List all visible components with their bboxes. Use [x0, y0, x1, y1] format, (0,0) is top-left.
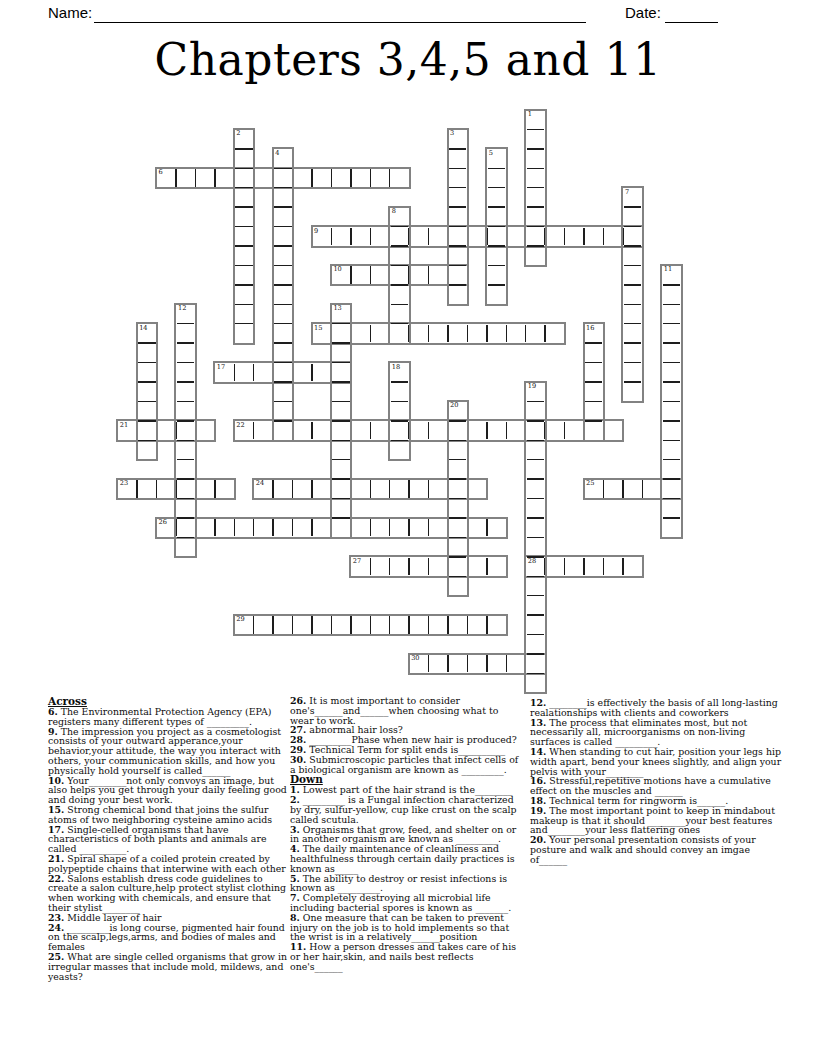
cell-divider	[525, 325, 526, 342]
cell-divider	[391, 440, 408, 441]
clue-number-29: 29	[236, 616, 244, 623]
cell-divider	[177, 537, 194, 538]
cell-divider	[370, 616, 371, 633]
cell-divider	[527, 653, 544, 654]
cell-divider	[370, 422, 371, 439]
cell-divider	[332, 342, 349, 343]
cell-divider	[544, 325, 545, 342]
cell-divider	[449, 576, 466, 577]
clue-across-21: 21. Spiral shape of a coiled protein cre…	[48, 854, 292, 874]
cell-divider	[138, 401, 155, 402]
cell-divider	[506, 422, 507, 439]
cell-divider	[274, 362, 291, 363]
cell-divider	[622, 558, 623, 575]
cell-divider	[585, 342, 602, 343]
cell-divider	[332, 420, 349, 421]
cell-divider	[311, 422, 312, 439]
cell-divider	[311, 364, 312, 381]
cell-divider	[527, 187, 544, 188]
cell-divider	[527, 537, 544, 538]
cell-divider	[527, 614, 544, 615]
cell-divider	[624, 245, 641, 246]
cell-divider	[272, 480, 273, 497]
cell-divider	[408, 480, 409, 497]
cell-divider	[428, 480, 429, 497]
clue-number-19: 19	[528, 383, 536, 390]
clue-across-15: 15. Strong chemical bond that joins the …	[48, 805, 292, 825]
clue-number-20: 20	[450, 402, 458, 409]
cell-divider	[527, 206, 544, 207]
clue-number-11: 11	[664, 266, 672, 273]
cell-divider	[332, 440, 349, 441]
cell-divider	[663, 342, 680, 343]
cell-divider	[624, 323, 641, 324]
cell-divider	[177, 401, 194, 402]
cell-divider	[486, 616, 487, 633]
cell-divider	[603, 228, 604, 245]
cell-divider	[332, 498, 349, 499]
cell-divider	[467, 655, 468, 672]
word-12-down[interactable]	[174, 303, 196, 559]
cell-divider	[527, 498, 544, 499]
cell-divider	[449, 459, 466, 460]
cell-divider	[274, 323, 291, 324]
cell-divider	[272, 616, 273, 633]
cell-divider	[663, 420, 680, 421]
cell-divider	[564, 422, 565, 439]
cell-divider	[486, 655, 487, 672]
cell-divider	[428, 422, 429, 439]
cell-divider	[311, 169, 312, 186]
cell-divider	[663, 381, 680, 382]
cell-divider	[488, 206, 505, 207]
clue-across-10: 10. Your________not only convoys an imag…	[48, 776, 292, 805]
cell-divider	[235, 206, 252, 207]
cell-divider	[663, 401, 680, 402]
clue-number-10: 10	[333, 266, 341, 273]
word-18-down[interactable]	[388, 361, 410, 461]
cell-divider	[624, 304, 641, 305]
cell-divider	[391, 323, 408, 324]
cell-divider	[447, 325, 448, 342]
clue-down-4: 4. The daily maintenance of cleanliness …	[290, 844, 520, 873]
cell-divider	[624, 342, 641, 343]
clue-number-9: 9	[314, 228, 318, 235]
clue-down-16: 16. Stressful,repetitive motions have a …	[530, 776, 786, 796]
cell-divider	[391, 304, 408, 305]
cell-divider	[585, 362, 602, 363]
cell-divider	[527, 595, 544, 596]
cell-divider	[370, 228, 371, 245]
clue-number-21: 21	[120, 422, 128, 429]
cell-divider	[350, 169, 351, 186]
cell-divider	[272, 519, 273, 536]
clue-across-17: 17. Single-celled organisms that have ch…	[48, 825, 292, 854]
clue-number-18: 18	[392, 364, 400, 371]
cell-divider	[175, 169, 176, 186]
cell-divider	[274, 381, 291, 382]
cell-divider	[350, 266, 351, 283]
cell-divider	[488, 245, 505, 246]
cell-divider	[253, 422, 254, 439]
cell-divider	[253, 364, 254, 381]
clue-number-27: 27	[353, 558, 361, 565]
cell-divider	[274, 206, 291, 207]
cell-divider	[506, 325, 507, 342]
cell-divider	[449, 478, 466, 479]
cell-divider	[274, 284, 291, 285]
cell-divider	[138, 420, 155, 421]
clue-across-24: 24. _________is long course, pigmented h…	[48, 923, 292, 952]
cell-divider	[527, 478, 544, 479]
clue-across-30: 30. Submicroscopic particles that infect…	[290, 755, 520, 775]
cell-divider	[564, 558, 565, 575]
cell-divider	[332, 381, 349, 382]
cell-divider	[663, 323, 680, 324]
cell-divider	[585, 381, 602, 382]
clue-number-8: 8	[392, 208, 396, 215]
cell-divider	[663, 498, 680, 499]
cell-divider	[428, 558, 429, 575]
cell-divider	[624, 265, 641, 266]
clue-number-16: 16	[586, 325, 594, 332]
cell-divider	[428, 266, 429, 283]
cell-divider	[527, 401, 544, 402]
cell-divider	[331, 228, 332, 245]
clue-across-6: 6. The Environmental Protection Agency (…	[48, 707, 292, 727]
cell-divider	[253, 519, 254, 536]
cell-divider	[370, 558, 371, 575]
cell-divider	[449, 537, 466, 538]
cell-divider	[177, 381, 194, 382]
clue-number-3: 3	[450, 130, 454, 137]
cell-divider	[391, 401, 408, 402]
clue-number-14: 14	[139, 325, 147, 332]
cell-divider	[214, 519, 215, 536]
cell-divider	[389, 616, 390, 633]
cell-divider	[331, 616, 332, 633]
cell-divider	[527, 168, 544, 169]
clue-number-2: 2	[236, 130, 240, 137]
cell-divider	[467, 325, 468, 342]
cell-divider	[642, 480, 643, 497]
cell-divider	[527, 517, 544, 518]
cell-divider	[292, 480, 293, 497]
cell-divider	[428, 519, 429, 536]
cell-divider	[486, 558, 487, 575]
clue-down-3: 3. Organisms that grow, feed, and shelte…	[290, 825, 520, 845]
cell-divider	[274, 401, 291, 402]
cell-divider	[527, 129, 544, 130]
cell-divider	[449, 245, 466, 246]
cell-divider	[391, 284, 408, 285]
clue-across-25: 25. What are single celled organisms tha…	[48, 952, 292, 981]
cell-divider	[527, 634, 544, 635]
clue-down-19: 19. The most important point to keep in …	[530, 806, 786, 835]
cell-divider	[195, 169, 196, 186]
clue-down-2: 2. _________ is a Fungal infection chara…	[290, 795, 520, 824]
clue-down-5: 5. The ability to destroy or resist infe…	[290, 874, 520, 894]
cell-divider	[506, 655, 507, 672]
clue-across-22: 22. Salons establish dress code guidelin…	[48, 874, 292, 913]
cell-divider	[138, 342, 155, 343]
cell-divider	[449, 206, 466, 207]
cell-divider	[274, 304, 291, 305]
cell-divider	[447, 616, 448, 633]
cell-divider	[136, 480, 137, 497]
clue-number-5: 5	[489, 150, 493, 157]
cell-divider	[663, 440, 680, 441]
cell-divider	[488, 265, 505, 266]
cell-divider	[331, 169, 332, 186]
cell-divider	[449, 517, 466, 518]
cell-divider	[389, 169, 390, 186]
cell-divider	[292, 616, 293, 633]
clue-down-13: 13. The process that eliminates most, bu…	[530, 718, 786, 747]
cell-divider	[234, 364, 235, 381]
cell-divider	[177, 362, 194, 363]
clue-number-15: 15	[314, 325, 322, 332]
cell-divider	[624, 284, 641, 285]
cell-divider	[527, 673, 544, 674]
cell-divider	[488, 187, 505, 188]
cell-divider	[138, 362, 155, 363]
cell-divider	[622, 480, 623, 497]
cell-divider	[274, 420, 291, 421]
cell-divider	[235, 168, 252, 169]
cell-divider	[389, 519, 390, 536]
cell-divider	[408, 616, 409, 633]
cell-divider	[527, 420, 544, 421]
cell-divider	[235, 284, 252, 285]
cell-divider	[488, 284, 505, 285]
cell-divider	[370, 266, 371, 283]
cell-divider	[391, 420, 408, 421]
clue-down-20: 20. Your personal presentation consists …	[530, 835, 786, 864]
word-2-down[interactable]	[233, 128, 255, 345]
cell-divider	[391, 226, 408, 227]
clue-number-12: 12	[178, 305, 186, 312]
cell-divider	[177, 342, 194, 343]
clue-number-28: 28	[528, 558, 536, 565]
cell-divider	[428, 655, 429, 672]
cell-divider	[332, 401, 349, 402]
cell-divider	[350, 228, 351, 245]
clue-number-26: 26	[159, 519, 167, 526]
cell-divider	[391, 265, 408, 266]
cell-divider	[292, 519, 293, 536]
clue-across-26: 26. It is most important to consider one…	[290, 696, 520, 725]
cell-divider	[585, 420, 602, 421]
cell-divider	[449, 226, 466, 227]
cell-divider	[177, 459, 194, 460]
cell-divider	[235, 304, 252, 305]
cell-divider	[177, 478, 194, 479]
cell-divider	[663, 362, 680, 363]
cell-divider	[449, 187, 466, 188]
cell-divider	[663, 304, 680, 305]
cell-divider	[408, 558, 409, 575]
word-7-down[interactable]	[621, 186, 643, 403]
cell-divider	[235, 245, 252, 246]
cell-divider	[311, 519, 312, 536]
clue-across-9: 9. The impression you project as a cosme…	[48, 727, 292, 776]
clue-down-14: 14. When standing to cut hair, position …	[530, 747, 786, 776]
cell-divider	[214, 169, 215, 186]
cell-divider	[449, 498, 466, 499]
cell-divider	[428, 325, 429, 342]
cell-divider	[274, 168, 291, 169]
cell-divider	[585, 401, 602, 402]
cell-divider	[332, 517, 349, 518]
cell-divider	[527, 440, 544, 441]
cell-divider	[467, 616, 468, 633]
word-9-across[interactable]	[311, 225, 644, 247]
cell-divider	[663, 284, 680, 285]
word-3-down[interactable]	[447, 128, 469, 306]
cell-divider	[564, 228, 565, 245]
cell-divider	[488, 226, 505, 227]
cell-divider	[447, 655, 448, 672]
cell-divider	[370, 169, 371, 186]
clue-number-13: 13	[333, 305, 341, 312]
cell-divider	[603, 558, 604, 575]
cell-divider	[274, 226, 291, 227]
cell-divider	[370, 519, 371, 536]
cell-divider	[488, 168, 505, 169]
cell-divider	[274, 187, 291, 188]
clue-down-7: 7. Completely destroying all microbial l…	[290, 893, 520, 913]
cell-divider	[214, 480, 215, 497]
cell-divider	[449, 148, 466, 149]
cell-divider	[449, 420, 466, 421]
cell-divider	[311, 616, 312, 633]
cell-divider	[624, 226, 641, 227]
cell-divider	[624, 206, 641, 207]
cell-divider	[389, 558, 390, 575]
cell-divider	[449, 265, 466, 266]
clue-down-12: 12. ________is effectively the basis of …	[530, 698, 786, 718]
cell-divider	[350, 616, 351, 633]
cell-divider	[527, 226, 544, 227]
cell-divider	[177, 323, 194, 324]
clue-number-24: 24	[256, 480, 264, 487]
cell-divider	[138, 381, 155, 382]
cell-divider	[527, 148, 544, 149]
cell-divider	[177, 440, 194, 441]
clue-down-8: 8. One measure that can be taken to prev…	[290, 913, 520, 942]
cell-divider	[274, 245, 291, 246]
word-4-down[interactable]	[272, 147, 294, 441]
cell-divider	[138, 440, 155, 441]
cell-divider	[177, 498, 194, 499]
cell-divider	[428, 616, 429, 633]
cell-divider	[624, 362, 641, 363]
cell-divider	[332, 362, 349, 363]
cell-divider	[527, 576, 544, 577]
clue-number-1: 1	[528, 111, 532, 118]
cell-divider	[389, 480, 390, 497]
clues-column-1: Across6. The Environmental Protection Ag…	[48, 696, 292, 981]
cell-divider	[177, 420, 194, 421]
clues-column-3: 12. ________is effectively the basis of …	[530, 698, 786, 865]
cell-divider	[177, 517, 194, 518]
cell-divider	[449, 556, 466, 557]
clue-number-4: 4	[275, 150, 279, 157]
cell-divider	[583, 228, 584, 245]
cell-divider	[428, 228, 429, 245]
cell-divider	[253, 616, 254, 633]
cell-divider	[486, 422, 487, 439]
cell-divider	[486, 519, 487, 536]
cell-divider	[311, 480, 312, 497]
cell-divider	[332, 459, 349, 460]
cell-divider	[527, 459, 544, 460]
cell-divider	[235, 323, 252, 324]
cell-divider	[663, 459, 680, 460]
cell-divider	[391, 245, 408, 246]
cell-divider	[370, 325, 371, 342]
cell-divider	[486, 325, 487, 342]
cell-divider	[235, 148, 252, 149]
cell-divider	[663, 517, 680, 518]
cell-divider	[583, 558, 584, 575]
cell-divider	[234, 519, 235, 536]
cell-divider	[603, 480, 604, 497]
cell-divider	[332, 478, 349, 479]
cell-divider	[449, 168, 466, 169]
clue-number-30: 30	[411, 655, 419, 662]
cell-divider	[235, 226, 252, 227]
clue-number-22: 22	[236, 422, 244, 429]
cell-divider	[391, 381, 408, 382]
cell-divider	[449, 440, 466, 441]
cell-divider	[408, 519, 409, 536]
clue-number-17: 17	[217, 364, 225, 371]
cell-divider	[274, 342, 291, 343]
cell-divider	[156, 480, 157, 497]
cell-divider	[624, 381, 641, 382]
clue-down-11: 11. How a person dresses and takes care …	[290, 942, 520, 971]
cell-divider	[332, 323, 349, 324]
clues-column-2: 26. It is most important to consider one…	[290, 696, 520, 972]
cell-divider	[527, 245, 544, 246]
cell-divider	[663, 478, 680, 479]
cell-divider	[235, 187, 252, 188]
cell-divider	[449, 284, 466, 285]
cell-divider	[235, 265, 252, 266]
clue-number-25: 25	[586, 480, 594, 487]
clue-number-6: 6	[159, 169, 163, 176]
cell-divider	[274, 265, 291, 266]
cell-divider	[370, 480, 371, 497]
clue-number-7: 7	[625, 189, 629, 196]
clue-number-23: 23	[120, 480, 128, 487]
word-21-across[interactable]	[116, 419, 216, 441]
